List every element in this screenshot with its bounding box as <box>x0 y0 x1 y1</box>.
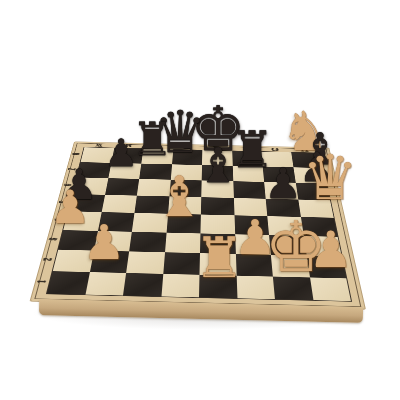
piece-white-pawn-b2[interactable]: ♟ <box>82 218 125 266</box>
square-e5[interactable] <box>201 197 234 215</box>
square-c1[interactable] <box>123 273 163 297</box>
rank-label-right-3: 3 <box>35 235 72 243</box>
rank-label-right-8: 8 <box>60 151 91 157</box>
square-c2[interactable] <box>126 251 164 273</box>
square-b5[interactable] <box>101 195 137 213</box>
piece-black-pawn-g6[interactable]: ♟ <box>264 163 302 205</box>
square-c3[interactable] <box>129 232 166 253</box>
rank-label-right-1: 1 <box>22 277 61 286</box>
square-b6[interactable] <box>105 178 139 195</box>
piece-white-king-g2[interactable]: ♚ <box>265 212 328 282</box>
chess-photo-scene: AABBCCDDEEFFGGHH8877665544332211 ♞♜♛♚♝♟♜… <box>0 0 400 400</box>
piece-white-rook-e2[interactable]: ♜ <box>194 230 244 286</box>
piece-white-queen-h6[interactable]: ♛ <box>302 147 358 209</box>
piece-white-bishop-d5[interactable]: ♝ <box>154 169 204 225</box>
piece-black-pawn-b7[interactable]: ♟ <box>104 134 138 172</box>
rank-label-right-2: 2 <box>28 255 66 263</box>
square-b1[interactable] <box>85 272 126 296</box>
pieces-layer: ♞♜♛♚♝♟♜♟♝♟♟♛♟♝♟♟♟♚♜ <box>0 0 400 400</box>
